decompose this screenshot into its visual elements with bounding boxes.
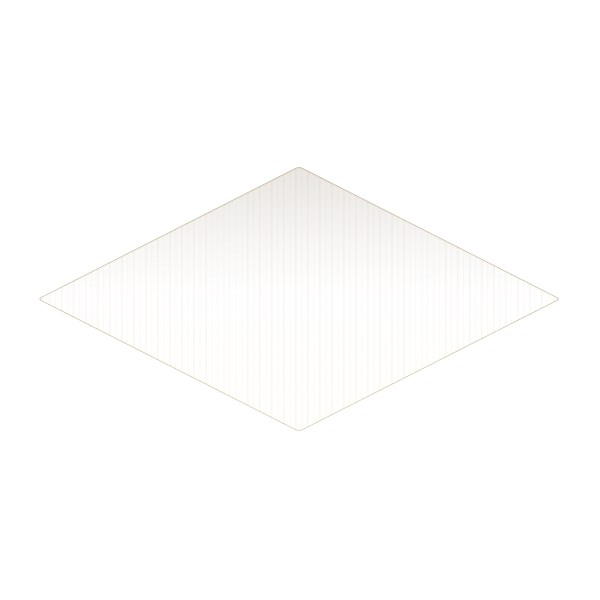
chess-board xyxy=(114,114,484,484)
board-top-face xyxy=(37,166,560,432)
board-grid xyxy=(78,187,519,411)
product-photo-background xyxy=(0,0,600,600)
